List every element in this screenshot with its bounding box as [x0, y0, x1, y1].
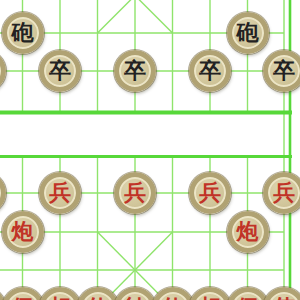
piece-red-soldier[interactable]: 兵: [263, 172, 300, 214]
piece-red-soldier[interactable]: 兵: [114, 172, 156, 214]
piece-black-cannon[interactable]: 砲: [227, 12, 269, 54]
piece-red-soldier[interactable]: 兵: [189, 172, 231, 214]
piece-black-soldier[interactable]: 卒: [263, 50, 300, 92]
piece-black-soldier[interactable]: 卒: [114, 50, 156, 92]
piece-red-cannon[interactable]: 炮: [227, 211, 269, 253]
xiangqi-board[interactable]: 砲砲卒卒卒卒卒兵兵兵兵兵炮炮俥傌相仕帥仕相傌俥: [0, 0, 300, 300]
piece-red-soldier[interactable]: 兵: [39, 172, 81, 214]
piece-black-soldier[interactable]: 卒: [189, 50, 231, 92]
piece-black-soldier[interactable]: 卒: [39, 50, 81, 92]
piece-red-cannon[interactable]: 炮: [2, 211, 44, 253]
piece-black-cannon[interactable]: 砲: [2, 12, 44, 54]
